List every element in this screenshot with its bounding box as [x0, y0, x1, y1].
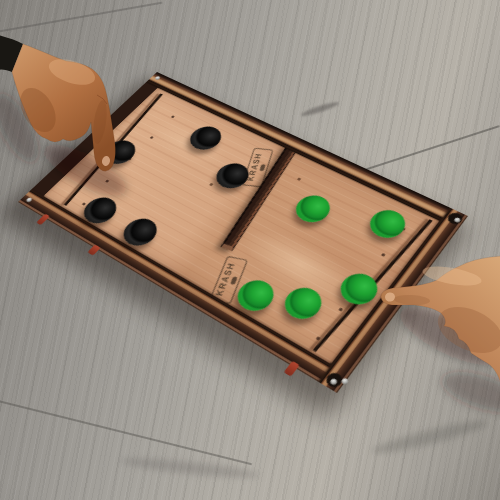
wood-knot: [300, 100, 340, 118]
floor-streak: [120, 455, 260, 482]
hand-shadow: [0, 87, 47, 168]
left-sleeve: [0, 35, 23, 72]
hand-shadow: [437, 364, 500, 420]
scene: KRASH KRASH: [0, 0, 500, 500]
floor-streak: [370, 416, 490, 459]
hand-shading: [13, 82, 63, 139]
floor-plank-seam: [0, 398, 252, 465]
hand-highlight: [46, 54, 98, 90]
floor-plank-seam: [0, 2, 163, 34]
hand-shading: [431, 298, 500, 362]
stamp-logo-icon: [260, 164, 266, 171]
knuckle-crease: [97, 95, 107, 104]
